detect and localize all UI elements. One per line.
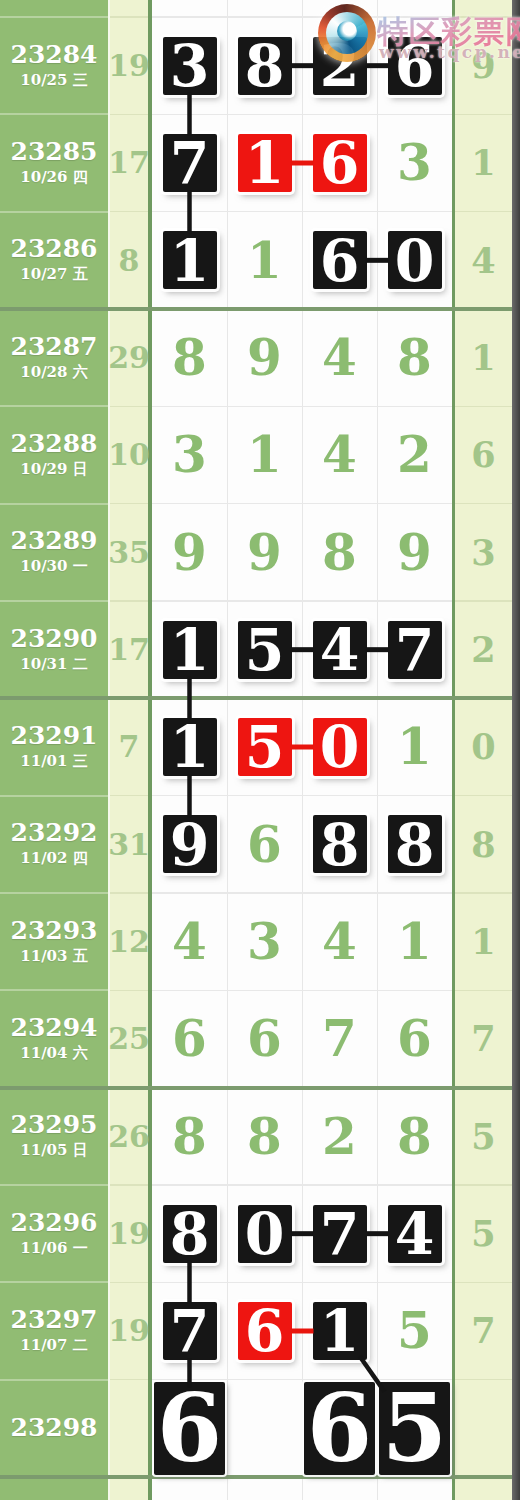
units-cell: 9 bbox=[455, 17, 512, 114]
digit-black-square: 7 bbox=[163, 1302, 217, 1360]
draw-number: 23290 bbox=[11, 626, 98, 652]
draw-number: 23286 bbox=[11, 236, 98, 262]
digit-plain: 8 bbox=[322, 523, 357, 582]
sum-cell: 29 bbox=[110, 309, 148, 406]
units-value: 6 bbox=[471, 434, 495, 475]
digit-cell: 8 bbox=[152, 309, 227, 406]
draw-label-cell: 2329111/01 三 bbox=[0, 698, 108, 795]
digit-plain: 9 bbox=[247, 328, 282, 387]
row-23287: 2328710/28 六2989481 bbox=[0, 309, 520, 406]
digit-cell: 4 bbox=[302, 601, 377, 698]
row-23284: 2328410/25 三1938269 bbox=[0, 17, 520, 114]
digit-cell: 1 bbox=[227, 212, 302, 309]
digit-cell: 5 bbox=[377, 1380, 452, 1477]
digit-cell: 6 bbox=[227, 796, 302, 893]
digit-cell: 6 bbox=[377, 17, 452, 114]
row-23297: 2329711/07 二1976157 bbox=[0, 1282, 520, 1379]
digit-cell: 2 bbox=[377, 406, 452, 503]
draw-label-cell: 2328610/27 五 bbox=[0, 212, 108, 309]
draw-label-cell: 2328910/30 一 bbox=[0, 504, 108, 601]
digit-cell: 6 bbox=[152, 1380, 227, 1477]
draw-date: 10/30 一 bbox=[20, 557, 87, 576]
draw-date: 10/29 日 bbox=[20, 460, 87, 479]
sum-cell: 19 bbox=[110, 1185, 148, 1282]
draw-label-cell: 2328510/26 四 bbox=[0, 114, 108, 211]
digit-black-square: 0 bbox=[388, 231, 442, 289]
row-23289: 2328910/30 一3599893 bbox=[0, 504, 520, 601]
digit-plain: 8 bbox=[397, 328, 432, 387]
sum-value: 19 bbox=[108, 1313, 150, 1348]
sum-cell: 12 bbox=[110, 893, 148, 990]
digit-black-square: 1 bbox=[163, 621, 217, 679]
digit-plain: 3 bbox=[397, 133, 432, 192]
digit-black-square: 6 bbox=[388, 37, 442, 95]
sum-value: 19 bbox=[108, 48, 150, 83]
units-value: 1 bbox=[471, 921, 495, 962]
digit-plain: 4 bbox=[322, 425, 357, 484]
sum-cell: 25 bbox=[110, 990, 148, 1087]
draw-date: 11/06 一 bbox=[20, 1239, 87, 1258]
digit-plain: 9 bbox=[172, 523, 207, 582]
row-23296: 2329611/06 一1980745 bbox=[0, 1185, 520, 1282]
sum-value: 10 bbox=[108, 437, 150, 472]
units-value: 5 bbox=[471, 1213, 495, 1254]
draw-label-cell: 2329711/07 二 bbox=[0, 1282, 108, 1379]
digit-cell: 6 bbox=[302, 212, 377, 309]
draw-label-cell: 2329311/03 五 bbox=[0, 893, 108, 990]
digit-red-square: 6 bbox=[238, 1302, 292, 1360]
digit-plain: 1 bbox=[247, 231, 282, 290]
units-cell: 5 bbox=[455, 1088, 512, 1185]
digit-cell: 8 bbox=[377, 1088, 452, 1185]
digit-plain: 4 bbox=[322, 912, 357, 971]
sum-cell: 17 bbox=[110, 114, 148, 211]
digit-big-black-square: 6 bbox=[304, 1382, 375, 1475]
digit-big-black-square: 5 bbox=[379, 1382, 450, 1475]
digit-plain: 9 bbox=[247, 523, 282, 582]
digit-cell: 1 bbox=[152, 601, 227, 698]
units-value: 5 bbox=[471, 1116, 495, 1157]
digit-plain: 6 bbox=[247, 815, 282, 874]
sum-value: 12 bbox=[108, 924, 150, 959]
digit-cell: 6 bbox=[227, 990, 302, 1087]
digit-plain: 8 bbox=[247, 1107, 282, 1166]
digit-cell: 1 bbox=[377, 893, 452, 990]
digit-plain: 2 bbox=[397, 425, 432, 484]
digit-red-square: 6 bbox=[313, 134, 367, 192]
draw-label-cell: 2328410/25 三 bbox=[0, 17, 108, 114]
digit-cell: 1 bbox=[302, 1282, 377, 1379]
digit-cell: 3 bbox=[377, 114, 452, 211]
units-value: 1 bbox=[471, 142, 495, 183]
digit-cell: 9 bbox=[377, 504, 452, 601]
digit-black-square: 4 bbox=[388, 1205, 442, 1263]
digit-cell: 1 bbox=[152, 698, 227, 795]
row-23286: 2328610/27 五811604 bbox=[0, 212, 520, 309]
digit-plain: 6 bbox=[397, 1009, 432, 1068]
draw-number: 23293 bbox=[11, 918, 98, 944]
draw-date: 10/31 二 bbox=[20, 655, 87, 674]
digit-cell: 7 bbox=[152, 1282, 227, 1379]
digit-cell: 4 bbox=[152, 893, 227, 990]
digit-plain: 4 bbox=[172, 912, 207, 971]
units-value: 7 bbox=[471, 1018, 495, 1059]
digit-cell: 2 bbox=[302, 17, 377, 114]
draw-number: 23287 bbox=[11, 334, 98, 360]
digit-plain: 1 bbox=[397, 717, 432, 776]
digit-cell: 5 bbox=[227, 601, 302, 698]
sum-value: 7 bbox=[119, 729, 140, 764]
digit-plain: 3 bbox=[172, 425, 207, 484]
digit-black-square: 7 bbox=[388, 621, 442, 679]
units-cell: 8 bbox=[455, 796, 512, 893]
draw-date: 10/27 五 bbox=[20, 265, 87, 284]
digit-plain: 1 bbox=[247, 425, 282, 484]
units-cell: 2 bbox=[455, 601, 512, 698]
digit-cell: 1 bbox=[152, 212, 227, 309]
digit-red-square: 0 bbox=[313, 718, 367, 776]
draw-number: 23296 bbox=[11, 1210, 98, 1236]
units-value: 8 bbox=[471, 824, 495, 865]
sum-value: 17 bbox=[108, 145, 150, 180]
digit-black-square: 7 bbox=[163, 134, 217, 192]
row-23291: 2329111/01 三715010 bbox=[0, 698, 520, 795]
units-value: 3 bbox=[471, 532, 495, 573]
draw-number: 23285 bbox=[11, 139, 98, 165]
digit-cell: 4 bbox=[302, 406, 377, 503]
row-23288: 2328810/29 日1031426 bbox=[0, 406, 520, 503]
digit-cell: 3 bbox=[152, 17, 227, 114]
draw-label-cell: 2329611/06 一 bbox=[0, 1185, 108, 1282]
digit-cell: 4 bbox=[302, 893, 377, 990]
digit-black-square: 1 bbox=[163, 231, 217, 289]
units-cell: 5 bbox=[455, 1185, 512, 1282]
digit-plain: 7 bbox=[322, 1009, 357, 1068]
sum-value: 29 bbox=[108, 340, 150, 375]
digit-cell: 6 bbox=[302, 1380, 377, 1477]
sum-cell: 26 bbox=[110, 1088, 148, 1185]
digit-cell: 7 bbox=[302, 1185, 377, 1282]
sum-value: 35 bbox=[108, 535, 150, 570]
digit-plain: 8 bbox=[172, 1107, 207, 1166]
digit-cell: 8 bbox=[152, 1088, 227, 1185]
units-cell: 1 bbox=[455, 893, 512, 990]
digit-black-square: 3 bbox=[163, 37, 217, 95]
sum-value: 17 bbox=[108, 632, 150, 667]
units-cell: 3 bbox=[455, 504, 512, 601]
digit-cell: 8 bbox=[377, 796, 452, 893]
digit-plain: 5 bbox=[397, 1301, 432, 1360]
digit-cell: 6 bbox=[377, 990, 452, 1087]
digit-red-square: 5 bbox=[238, 718, 292, 776]
draw-date: 11/02 四 bbox=[20, 849, 87, 868]
units-value: 4 bbox=[471, 240, 495, 281]
draw-label-cell: 2329010/31 二 bbox=[0, 601, 108, 698]
digit-cell: 8 bbox=[227, 17, 302, 114]
digit-cell: 6 bbox=[227, 1282, 302, 1379]
draw-label-cell: 2329511/05 日 bbox=[0, 1088, 108, 1185]
digit-cell: 9 bbox=[227, 504, 302, 601]
digit-black-square: 8 bbox=[313, 815, 367, 873]
draw-number: 23295 bbox=[11, 1112, 98, 1138]
units-cell: 7 bbox=[455, 990, 512, 1087]
digit-plain: 4 bbox=[322, 328, 357, 387]
sum-cell: 7 bbox=[110, 698, 148, 795]
sum-value: 26 bbox=[108, 1119, 150, 1154]
digit-plain: 3 bbox=[247, 912, 282, 971]
digit-plain: 8 bbox=[397, 1107, 432, 1166]
digit-cell: 6 bbox=[152, 990, 227, 1087]
digit-cell: 9 bbox=[227, 309, 302, 406]
draw-number: 23288 bbox=[11, 431, 98, 457]
row-23285: 2328510/26 四1771631 bbox=[0, 114, 520, 211]
digit-cell: 7 bbox=[377, 601, 452, 698]
sum-value: 25 bbox=[108, 1021, 150, 1056]
draw-number: 23298 bbox=[11, 1415, 98, 1441]
digit-black-square: 1 bbox=[313, 1302, 367, 1360]
sum-cell: 19 bbox=[110, 1282, 148, 1379]
draw-number: 23291 bbox=[11, 723, 98, 749]
digit-cell: 9 bbox=[152, 504, 227, 601]
lottery-trend-chart: 2328410/25 三19382692328510/26 四177163123… bbox=[0, 0, 520, 1500]
units-cell: 4 bbox=[455, 212, 512, 309]
digit-black-square: 8 bbox=[163, 1205, 217, 1263]
digit-plain: 6 bbox=[247, 1009, 282, 1068]
draw-date: 10/25 三 bbox=[20, 71, 87, 90]
sum-cell: 19 bbox=[110, 17, 148, 114]
digit-black-square: 7 bbox=[313, 1205, 367, 1263]
digit-black-square: 8 bbox=[388, 815, 442, 873]
draw-label-cell: 2328810/29 日 bbox=[0, 406, 108, 503]
digit-plain: 9 bbox=[397, 523, 432, 582]
digit-cell: 5 bbox=[377, 1282, 452, 1379]
digit-black-square: 0 bbox=[238, 1205, 292, 1263]
digit-cell: 2 bbox=[302, 1088, 377, 1185]
digit-cell: 3 bbox=[227, 893, 302, 990]
draw-number: 23294 bbox=[11, 1015, 98, 1041]
digit-cell: 4 bbox=[302, 309, 377, 406]
row-23294: 2329411/04 六2566767 bbox=[0, 990, 520, 1087]
draw-number: 23284 bbox=[11, 42, 98, 68]
row-23293: 2329311/03 五1243411 bbox=[0, 893, 520, 990]
digit-cell: 1 bbox=[227, 406, 302, 503]
digit-cell: 0 bbox=[302, 698, 377, 795]
sum-cell: 35 bbox=[110, 504, 148, 601]
digit-black-square: 2 bbox=[313, 37, 367, 95]
digit-black-square: 9 bbox=[163, 815, 217, 873]
sum-cell: 31 bbox=[110, 796, 148, 893]
units-cell: 6 bbox=[455, 406, 512, 503]
sum-value: 19 bbox=[108, 1216, 150, 1251]
digit-cell: 4 bbox=[377, 1185, 452, 1282]
row-23290: 2329010/31 二1715472 bbox=[0, 601, 520, 698]
draw-date: 11/04 六 bbox=[20, 1044, 87, 1063]
sum-cell: 8 bbox=[110, 212, 148, 309]
sum-value: 31 bbox=[108, 827, 150, 862]
draw-date: 11/01 三 bbox=[20, 752, 87, 771]
units-value: 1 bbox=[471, 337, 495, 378]
digit-black-square: 8 bbox=[238, 37, 292, 95]
units-value: 2 bbox=[471, 629, 495, 670]
digit-cell: 0 bbox=[227, 1185, 302, 1282]
digit-plain: 1 bbox=[397, 912, 432, 971]
digit-cell: 6 bbox=[302, 114, 377, 211]
digit-red-square: 1 bbox=[238, 134, 292, 192]
row-23298: 23298665 bbox=[0, 1380, 520, 1477]
draw-label-cell: 2329211/02 四 bbox=[0, 796, 108, 893]
draw-label-cell: 2328710/28 六 bbox=[0, 309, 108, 406]
units-cell: 1 bbox=[455, 309, 512, 406]
draw-date: 11/03 五 bbox=[20, 947, 87, 966]
draw-number: 23297 bbox=[11, 1307, 98, 1333]
units-value: 9 bbox=[471, 45, 495, 86]
digit-plain: 2 bbox=[322, 1107, 357, 1166]
row-23295: 2329511/05 日2688285 bbox=[0, 1088, 520, 1185]
digit-cell: 8 bbox=[302, 796, 377, 893]
draw-label-cell: 2329411/04 六 bbox=[0, 990, 108, 1087]
draw-date: 11/05 日 bbox=[20, 1141, 87, 1160]
units-cell: 1 bbox=[455, 114, 512, 211]
digit-big-black-square: 6 bbox=[154, 1382, 225, 1475]
digit-cell: 3 bbox=[152, 406, 227, 503]
draw-date: 11/07 二 bbox=[20, 1336, 87, 1355]
digit-plain: 6 bbox=[172, 1009, 207, 1068]
digit-cell: 8 bbox=[227, 1088, 302, 1185]
digit-cell: 1 bbox=[377, 698, 452, 795]
draw-date: 10/26 四 bbox=[20, 168, 87, 187]
digit-cell: 8 bbox=[152, 1185, 227, 1282]
sum-value: 8 bbox=[119, 243, 140, 278]
digit-cell: 7 bbox=[302, 990, 377, 1087]
digit-cell: 9 bbox=[152, 796, 227, 893]
digit-black-square: 1 bbox=[163, 718, 217, 776]
digit-plain: 8 bbox=[172, 328, 207, 387]
draw-number: 23292 bbox=[11, 820, 98, 846]
digit-black-square: 4 bbox=[313, 621, 367, 679]
units-cell: 7 bbox=[455, 1282, 512, 1379]
digit-cell: 5 bbox=[227, 698, 302, 795]
digit-black-square: 5 bbox=[238, 621, 292, 679]
row-23292: 2329211/02 四3196888 bbox=[0, 796, 520, 893]
sum-cell: 17 bbox=[110, 601, 148, 698]
digit-cell: 7 bbox=[152, 114, 227, 211]
digit-cell: 8 bbox=[302, 504, 377, 601]
digit-cell: 8 bbox=[377, 309, 452, 406]
sum-cell: 10 bbox=[110, 406, 148, 503]
draw-date: 10/28 六 bbox=[20, 363, 87, 382]
digit-cell: 0 bbox=[377, 212, 452, 309]
draw-label-cell: 23298 bbox=[0, 1380, 108, 1477]
digit-black-square: 6 bbox=[313, 231, 367, 289]
draw-number: 23289 bbox=[11, 528, 98, 554]
digit-cell: 1 bbox=[227, 114, 302, 211]
units-cell: 0 bbox=[455, 698, 512, 795]
units-value: 7 bbox=[471, 1310, 495, 1351]
units-value: 0 bbox=[471, 726, 495, 767]
